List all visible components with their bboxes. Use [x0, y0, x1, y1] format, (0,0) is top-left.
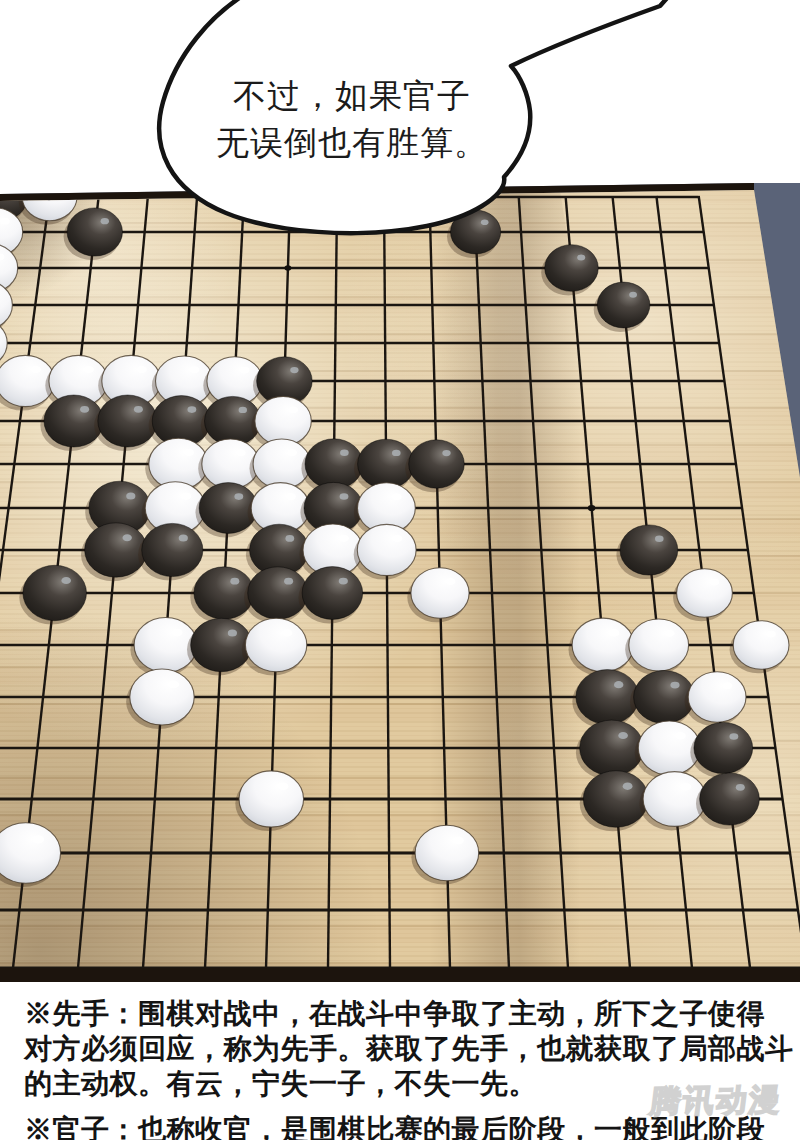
black-stone-5-11 — [23, 565, 87, 620]
white-stone-12-11 — [411, 568, 469, 619]
black-stone-7-10 — [142, 523, 203, 576]
black-stone-6-10 — [85, 523, 148, 577]
black-stone-9-11 — [248, 567, 308, 619]
black-stone-15-13 — [576, 670, 639, 725]
black-stone-17-14 — [694, 722, 753, 773]
white-stone-12-16 — [415, 825, 479, 880]
white-stone-9-7 — [255, 396, 311, 445]
white-stone-11-10 — [357, 524, 416, 575]
comic-page: { "game": "go", "board_size": 19, "posit… — [0, 0, 800, 1140]
black-stone-10-8 — [305, 439, 363, 489]
white-stone-17-11 — [677, 569, 733, 618]
white-stone-9-8 — [253, 439, 310, 489]
tencent-comics-watermark: 腾讯动漫 — [647, 1079, 784, 1123]
board-near-edge — [0, 968, 800, 982]
white-stone-9-15 — [239, 771, 304, 827]
white-stone-17-13 — [688, 672, 746, 722]
black-stone-16-10 — [620, 525, 678, 575]
black-stone-15-15 — [583, 771, 648, 828]
black-stone-5-7 — [44, 395, 104, 447]
speech-line-2: 无误倒也有胜算。 — [212, 119, 492, 166]
white-stone-16-12 — [629, 619, 689, 671]
white-stone-15-12 — [572, 618, 634, 672]
black-stone-6-7 — [98, 395, 158, 447]
black-stone-10-11 — [302, 567, 363, 620]
speech-bubble-text: 不过，如果官子 无误倒也有胜算。 — [212, 72, 492, 166]
black-stone-15-14 — [580, 720, 644, 776]
white-stone-18-12 — [733, 621, 789, 670]
footnote-line-1: ※先手：围棋对战中，在战斗中争取了主动，所下之子使得 — [24, 996, 794, 1031]
white-stone-7-13 — [130, 669, 194, 725]
speech-line-1: 不过，如果官子 — [212, 72, 492, 119]
footnote-line-2: 对方必须回应，称为先手。获取了先手，也就获取了局部战斗 — [24, 1031, 794, 1066]
white-stone-9-12 — [245, 618, 306, 671]
black-stone-17-15 — [700, 773, 760, 825]
black-stone-12-8 — [409, 440, 465, 488]
